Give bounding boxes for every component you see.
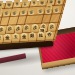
shogi-piece-p[interactable]: 歩 bbox=[28, 8, 35, 15]
shogi-piece-G[interactable]: 金 bbox=[20, 33, 28, 42]
shogi-piece-p[interactable]: 歩 bbox=[45, 7, 52, 14]
shogi-piece-K[interactable]: 玉 bbox=[12, 33, 20, 42]
shogi-set-photo: 香桂銀金王金銀桂香飛角歩歩歩歩歩歩歩歩歩歩歩歩歩歩歩歩歩歩角飛香桂銀金玉金銀桂香 bbox=[0, 0, 75, 75]
